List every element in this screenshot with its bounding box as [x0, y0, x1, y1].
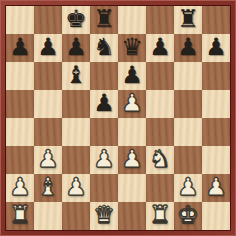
square-a5[interactable]: [6, 90, 34, 118]
square-d7[interactable]: ♞: [90, 34, 118, 62]
square-d5[interactable]: ♟: [90, 90, 118, 118]
square-c6[interactable]: ♝: [62, 62, 90, 90]
square-h7[interactable]: ♟: [202, 34, 230, 62]
square-f3[interactable]: ♞: [146, 146, 174, 174]
black-pawn[interactable]: ♟: [34, 34, 62, 62]
square-f4[interactable]: [146, 118, 174, 146]
white-pawn[interactable]: ♟: [90, 146, 118, 174]
white-pawn[interactable]: ♟: [118, 146, 146, 174]
chess-board: ♚♜♜♟♟♟♞♛♟♟♟♝♟♟♟♟♟♟♞♟♝♟♟♟♜♛♜♚: [6, 6, 230, 230]
white-rook[interactable]: ♜: [146, 202, 174, 230]
square-h8[interactable]: [202, 6, 230, 34]
square-d3[interactable]: ♟: [90, 146, 118, 174]
board-frame: ♚♜♜♟♟♟♞♛♟♟♟♝♟♟♟♟♟♟♞♟♝♟♟♟♜♛♜♚: [0, 0, 236, 236]
square-c2[interactable]: ♟: [62, 174, 90, 202]
square-c5[interactable]: [62, 90, 90, 118]
square-g4[interactable]: [174, 118, 202, 146]
square-f8[interactable]: [146, 6, 174, 34]
square-h1[interactable]: [202, 202, 230, 230]
square-b1[interactable]: [34, 202, 62, 230]
white-pawn[interactable]: ♟: [118, 90, 146, 118]
square-c4[interactable]: [62, 118, 90, 146]
white-pawn[interactable]: ♟: [34, 146, 62, 174]
square-f6[interactable]: [146, 62, 174, 90]
square-e1[interactable]: [118, 202, 146, 230]
square-e6[interactable]: ♟: [118, 62, 146, 90]
square-b5[interactable]: [34, 90, 62, 118]
square-h3[interactable]: [202, 146, 230, 174]
square-b7[interactable]: ♟: [34, 34, 62, 62]
black-pawn[interactable]: ♟: [6, 34, 34, 62]
square-g6[interactable]: [174, 62, 202, 90]
square-c8[interactable]: ♚: [62, 6, 90, 34]
white-knight[interactable]: ♞: [146, 146, 174, 174]
square-c1[interactable]: [62, 202, 90, 230]
black-bishop[interactable]: ♝: [62, 62, 90, 90]
square-a2[interactable]: ♟: [6, 174, 34, 202]
square-h6[interactable]: [202, 62, 230, 90]
black-pawn[interactable]: ♟: [90, 90, 118, 118]
white-pawn[interactable]: ♟: [202, 174, 230, 202]
square-d8[interactable]: ♜: [90, 6, 118, 34]
square-d4[interactable]: [90, 118, 118, 146]
square-h5[interactable]: [202, 90, 230, 118]
square-c7[interactable]: ♟: [62, 34, 90, 62]
white-pawn[interactable]: ♟: [6, 174, 34, 202]
square-d1[interactable]: ♛: [90, 202, 118, 230]
square-f1[interactable]: ♜: [146, 202, 174, 230]
black-queen[interactable]: ♛: [118, 34, 146, 62]
square-b6[interactable]: [34, 62, 62, 90]
square-e7[interactable]: ♛: [118, 34, 146, 62]
square-e5[interactable]: ♟: [118, 90, 146, 118]
black-rook[interactable]: ♜: [90, 6, 118, 34]
square-f7[interactable]: ♟: [146, 34, 174, 62]
square-b8[interactable]: [34, 6, 62, 34]
square-h2[interactable]: ♟: [202, 174, 230, 202]
square-a3[interactable]: [6, 146, 34, 174]
white-queen[interactable]: ♛: [90, 202, 118, 230]
black-pawn[interactable]: ♟: [62, 34, 90, 62]
square-e4[interactable]: [118, 118, 146, 146]
black-pawn[interactable]: ♟: [174, 34, 202, 62]
square-e8[interactable]: [118, 6, 146, 34]
square-b2[interactable]: ♝: [34, 174, 62, 202]
square-g3[interactable]: [174, 146, 202, 174]
square-b4[interactable]: [34, 118, 62, 146]
square-e3[interactable]: ♟: [118, 146, 146, 174]
square-b3[interactable]: ♟: [34, 146, 62, 174]
white-pawn[interactable]: ♟: [62, 174, 90, 202]
square-f5[interactable]: [146, 90, 174, 118]
square-g8[interactable]: ♜: [174, 6, 202, 34]
square-e2[interactable]: [118, 174, 146, 202]
square-g7[interactable]: ♟: [174, 34, 202, 62]
black-pawn[interactable]: ♟: [146, 34, 174, 62]
black-king[interactable]: ♚: [62, 6, 90, 34]
square-d2[interactable]: [90, 174, 118, 202]
black-pawn[interactable]: ♟: [118, 62, 146, 90]
square-c3[interactable]: [62, 146, 90, 174]
white-pawn[interactable]: ♟: [174, 174, 202, 202]
square-a4[interactable]: [6, 118, 34, 146]
square-g1[interactable]: ♚: [174, 202, 202, 230]
white-king[interactable]: ♚: [174, 202, 202, 230]
square-g5[interactable]: [174, 90, 202, 118]
square-a8[interactable]: [6, 6, 34, 34]
square-a6[interactable]: [6, 62, 34, 90]
white-bishop[interactable]: ♝: [34, 174, 62, 202]
square-a7[interactable]: ♟: [6, 34, 34, 62]
square-f2[interactable]: [146, 174, 174, 202]
square-h4[interactable]: [202, 118, 230, 146]
square-g2[interactable]: ♟: [174, 174, 202, 202]
square-d6[interactable]: [90, 62, 118, 90]
black-rook[interactable]: ♜: [174, 6, 202, 34]
black-knight[interactable]: ♞: [90, 34, 118, 62]
black-pawn[interactable]: ♟: [202, 34, 230, 62]
square-a1[interactable]: ♜: [6, 202, 34, 230]
white-rook[interactable]: ♜: [6, 202, 34, 230]
